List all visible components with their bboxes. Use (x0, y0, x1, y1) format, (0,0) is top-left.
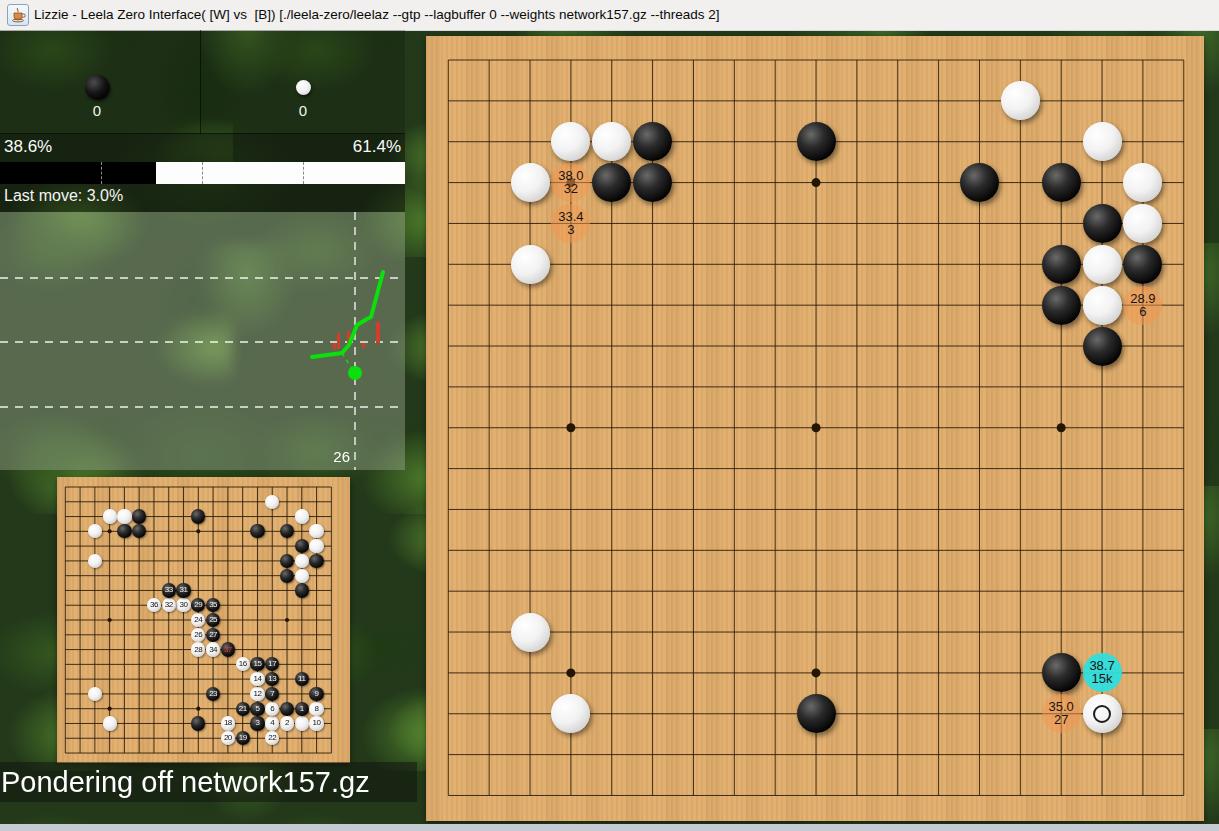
white-stone (88, 687, 102, 701)
variation-move-stone: 3 (250, 716, 264, 730)
suggestion-visits: 6 (1123, 305, 1162, 318)
graph-move-number-label: 26 (318, 448, 350, 465)
variation-move-stone: 31 (176, 583, 190, 597)
white-stone (511, 163, 550, 202)
variation-move-stone: 8 (309, 702, 323, 716)
black-stone (280, 702, 294, 716)
variation-move-number: 23 (206, 690, 220, 698)
white-capture-stone (296, 80, 311, 95)
winrate-bar-25-mark (101, 162, 102, 184)
black-stone (1083, 327, 1122, 366)
black-stone (309, 554, 323, 568)
variation-move-number: 36 (147, 601, 161, 609)
white-stone (1083, 286, 1122, 325)
variation-move-stone: 15 (250, 657, 264, 671)
variation-move-stone: 4 (265, 716, 279, 730)
variation-move-number: 16 (236, 660, 250, 668)
white-stone (295, 509, 309, 523)
main-go-board[interactable]: 38.03233.4328.9638.715k35.027 (426, 36, 1204, 821)
black-stone (1083, 204, 1122, 243)
pondering-status: Pondering off network157.gz (1, 762, 417, 802)
variation-move-stone: 2 (280, 716, 294, 730)
white-stone (309, 524, 323, 538)
white-capture-count: 0 (283, 102, 323, 119)
white-stone (309, 539, 323, 553)
black-stone (132, 509, 146, 523)
black-stone (797, 122, 836, 161)
black-stone (280, 554, 294, 568)
variation-move-stone: 28 (191, 642, 205, 656)
white-stone (117, 509, 131, 523)
suggestion-winrate: 33.4 (551, 210, 590, 223)
black-stone (1123, 245, 1162, 284)
variation-move-number: 29 (191, 601, 205, 609)
variation-move-number: 19 (236, 734, 250, 742)
black-stone (250, 524, 264, 538)
black-stone (295, 539, 309, 553)
variation-move-stone: 37 (221, 642, 235, 656)
black-capture-stone (85, 75, 110, 100)
variation-move-stone: 32 (162, 598, 176, 612)
variation-move-stone: 27 (206, 628, 220, 642)
suggestion-visits: 3 (551, 223, 590, 236)
suggestion-winrate: 28.9 (1123, 292, 1162, 305)
variation-move-number: 30 (176, 601, 190, 609)
white-stone (103, 509, 117, 523)
black-stone (295, 583, 309, 597)
current-move-dot (348, 366, 362, 380)
black-stone (191, 716, 205, 730)
variation-move-stone: 14 (250, 672, 264, 686)
black-stone (633, 163, 672, 202)
variation-move-stone: 6 (265, 702, 279, 716)
last-move-label: Last move: 3.0% (4, 187, 123, 205)
variation-move-stone: 21 (236, 702, 250, 716)
variation-move-number: 31 (176, 586, 190, 594)
variation-move-number: 9 (309, 690, 323, 698)
variation-move-number: 34 (206, 645, 220, 653)
white-stone (295, 569, 309, 583)
variation-move-number: 32 (162, 601, 176, 609)
winrate-graph[interactable] (0, 212, 405, 470)
variation-move-number: 35 (206, 601, 220, 609)
white-stone (1001, 81, 1040, 120)
white-stone (511, 245, 550, 284)
white-winrate-label: 61.4% (321, 137, 401, 157)
black-stone (280, 569, 294, 583)
move-suggestion[interactable]: 28.96 (1123, 286, 1162, 325)
white-stone (1083, 122, 1122, 161)
move-suggestion[interactable]: 35.027 (1042, 694, 1081, 733)
variation-move-stone: 9 (309, 687, 323, 701)
white-stone (1083, 245, 1122, 284)
variation-move-number: 13 (265, 675, 279, 683)
last-move-marker (1093, 705, 1111, 723)
variation-move-stone: 30 (176, 598, 190, 612)
variation-move-number: 18 (221, 719, 235, 727)
variation-move-number: 17 (265, 660, 279, 668)
variation-board: 1234567891011121314151617181920212223242… (57, 477, 350, 763)
variation-move-number: 12 (250, 690, 264, 698)
variation-move-stone: 1 (295, 702, 309, 716)
suggestion-visits: 32 (551, 182, 590, 195)
variation-move-number: 4 (265, 719, 279, 727)
white-stone (295, 554, 309, 568)
white-stone (265, 495, 279, 509)
variation-move-number: 8 (309, 705, 323, 713)
variation-move-stone: 12 (250, 687, 264, 701)
variation-move-stone: 5 (250, 702, 264, 716)
variation-move-number: 33 (162, 586, 176, 594)
winrate-graph-canvas (0, 212, 405, 470)
variation-move-number: 27 (206, 631, 220, 639)
winrate-bar-50-mark (202, 162, 203, 184)
winrate-bar-75-mark (303, 162, 304, 184)
variation-move-number: 22 (265, 734, 279, 742)
variation-move-number: 14 (250, 675, 264, 683)
suggestion-visits: 15k (1083, 672, 1122, 685)
variation-move-number: 21 (236, 705, 250, 713)
best-move-suggestion[interactable]: 38.715k (1083, 653, 1122, 692)
variation-move-number: 11 (295, 675, 309, 683)
variation-move-number: 26 (191, 631, 205, 639)
white-stone (88, 554, 102, 568)
white-stone (295, 716, 309, 730)
suggestion-visits: 27 (1042, 713, 1081, 726)
variation-move-number: 5 (250, 705, 264, 713)
taskbar-strip (0, 824, 1219, 831)
black-stone (1042, 163, 1081, 202)
black-winrate-label: 38.6% (4, 137, 52, 157)
white-stone (103, 716, 117, 730)
black-stone (960, 163, 999, 202)
white-stone (511, 613, 550, 652)
variation-move-stone: 11 (295, 672, 309, 686)
captures-panel (0, 30, 405, 134)
black-stone (1042, 245, 1081, 284)
window-titlebar[interactable]: Lizzie - Leela Zero Interface( [W] vs [B… (0, 0, 1219, 31)
variation-move-stone: 18 (221, 716, 235, 730)
variation-move-number: 37 (221, 645, 235, 653)
variation-move-number: 24 (191, 616, 205, 624)
java-coffee-cup-icon (7, 4, 29, 26)
variation-move-number: 28 (191, 645, 205, 653)
variation-move-number: 20 (221, 734, 235, 742)
window-title: Lizzie - Leela Zero Interface( [W] vs [B… (34, 0, 720, 30)
white-stone (1083, 694, 1122, 733)
black-stone (191, 509, 205, 523)
variation-move-number: 3 (250, 719, 264, 727)
black-stone (1042, 653, 1081, 692)
variation-move-number: 2 (280, 719, 294, 727)
variation-move-number: 6 (265, 705, 279, 713)
variation-move-stone: 10 (309, 716, 323, 730)
variation-move-number: 1 (295, 705, 309, 713)
variation-move-stone: 33 (162, 583, 176, 597)
winrate-bar-black-segment (0, 162, 156, 184)
variation-move-number: 7 (265, 690, 279, 698)
variation-move-stone: 19 (236, 731, 250, 745)
variation-move-number: 15 (250, 660, 264, 668)
variation-move-number: 25 (206, 616, 220, 624)
variation-move-stone: 34 (206, 642, 220, 656)
black-stone (797, 694, 836, 733)
black-capture-count: 0 (77, 102, 117, 119)
variation-move-number: 10 (309, 719, 323, 727)
captures-divider (200, 30, 201, 134)
black-stone (117, 524, 131, 538)
black-stone (1042, 286, 1081, 325)
